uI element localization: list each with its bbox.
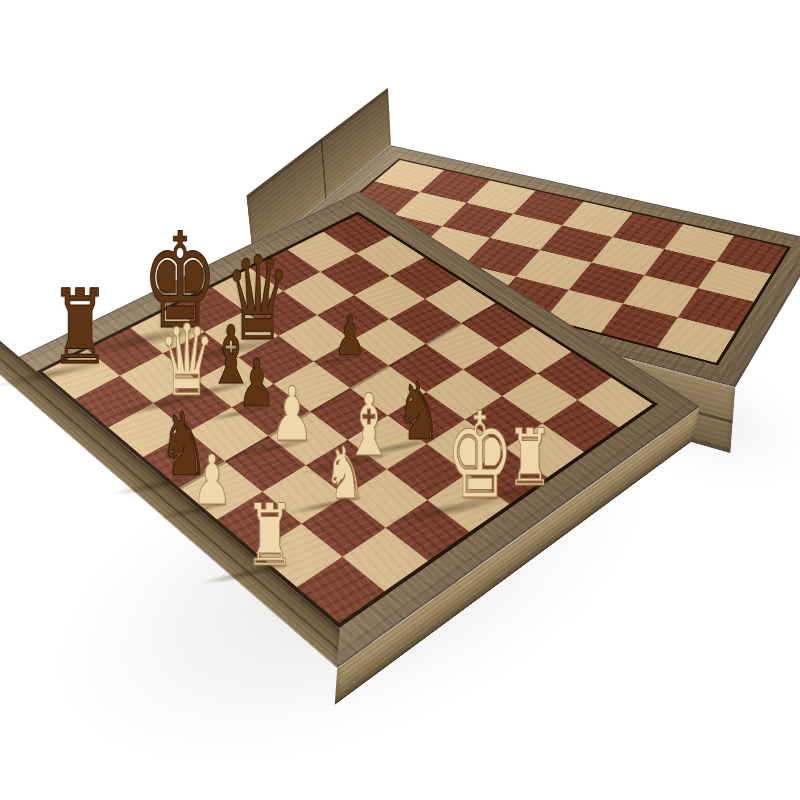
pawn-glyph: ♟ — [192, 446, 232, 515]
piece-white-knight-b3[interactable]: ♞ — [313, 437, 378, 509]
pawn-glyph: ♟ — [334, 309, 366, 364]
rook-glyph: ♜ — [50, 276, 109, 379]
king-glyph: ♚ — [446, 397, 514, 516]
piece-white-rook-a2[interactable]: ♜ — [231, 492, 308, 578]
pawn-glyph: ♟ — [270, 377, 313, 452]
piece-black-rook-a8[interactable]: ♜ — [34, 276, 126, 379]
rook-glyph: ♜ — [245, 492, 294, 578]
piece-white-king-e2[interactable]: ♚ — [427, 397, 534, 516]
knight-glyph: ♞ — [324, 437, 365, 509]
chess-set-photo: ♜♚♛♝♟♟♞♞♛♝♟♟♞♚♜♜ — [0, 0, 800, 800]
piece-black-pawn-g6[interactable]: ♟ — [325, 309, 374, 364]
pieces-layer: ♜♚♛♝♟♟♞♞♛♝♟♟♞♚♜♜ — [0, 0, 800, 800]
